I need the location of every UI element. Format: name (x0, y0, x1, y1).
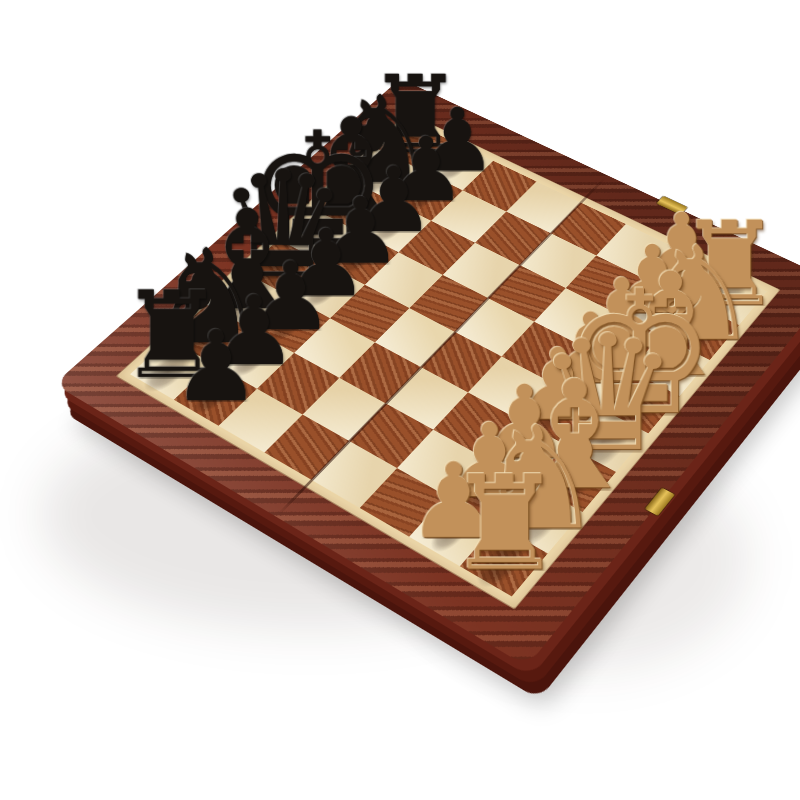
chess-board: ♜♞♝♛♚♝♞♜♟♟♟♟♟♟♟♟♟♟♟♟♟♟♟♟♜♞♝♛♚♝♞♜ (54, 79, 800, 667)
perspective-world: ♜♞♝♛♚♝♞♜♟♟♟♟♟♟♟♟♟♟♟♟♟♟♟♟♜♞♝♛♚♝♞♜ (0, 0, 800, 800)
product-photo-scene: ♜♞♝♛♚♝♞♜♟♟♟♟♟♟♟♟♟♟♟♟♟♟♟♟♜♞♝♛♚♝♞♜ (0, 0, 800, 800)
